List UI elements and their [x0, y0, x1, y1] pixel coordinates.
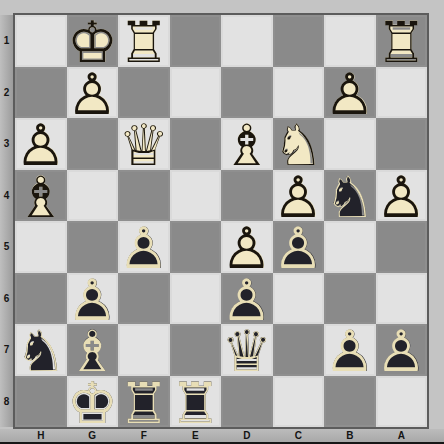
piece-outline-glyph: ♗ — [221, 120, 273, 172]
black-king-g8[interactable]: ♚♔ — [67, 376, 119, 428]
square-f3[interactable]: ♛♕ — [118, 118, 170, 170]
black-pawn-f5[interactable]: ♟♙ — [118, 221, 170, 273]
piece-outline-glyph: ♗ — [15, 172, 67, 224]
square-d6[interactable]: ♟♙ — [221, 273, 273, 325]
file-label-h: H — [15, 429, 67, 442]
square-h3[interactable]: ♟♙ — [15, 118, 67, 170]
square-d3[interactable]: ♝♗ — [221, 118, 273, 170]
piece-outline-glyph: ♙ — [324, 326, 376, 378]
square-g5[interactable] — [67, 221, 119, 273]
black-rook-e8[interactable]: ♜♖ — [170, 376, 222, 428]
square-a1[interactable]: ♜♖ — [376, 15, 428, 67]
white-knight-c3[interactable]: ♞♘ — [273, 118, 325, 170]
square-b2[interactable]: ♟♙ — [324, 67, 376, 119]
square-c5[interactable]: ♟♙ — [273, 221, 325, 273]
square-g8[interactable]: ♚♔ — [67, 376, 119, 428]
rank-label-8: 8 — [0, 376, 13, 428]
square-g6[interactable]: ♟♙ — [67, 273, 119, 325]
square-a2[interactable] — [376, 67, 428, 119]
piece-outline-glyph: ♖ — [376, 17, 428, 69]
square-h6[interactable] — [15, 273, 67, 325]
piece-outline-glyph: ♙ — [324, 69, 376, 121]
white-king-g1[interactable]: ♚♔ — [67, 15, 119, 67]
square-d5[interactable]: ♟♙ — [221, 221, 273, 273]
piece-outline-glyph: ♙ — [118, 223, 170, 275]
white-pawn-g2[interactable]: ♟♙ — [67, 67, 119, 119]
piece-outline-glyph: ♙ — [376, 172, 428, 224]
file-label-d: D — [221, 429, 273, 442]
white-pawn-a4[interactable]: ♟♙ — [376, 170, 428, 222]
file-label-c: C — [273, 429, 325, 442]
square-f2[interactable] — [118, 67, 170, 119]
square-d1[interactable] — [221, 15, 273, 67]
piece-outline-glyph: ♘ — [324, 172, 376, 224]
square-f1[interactable]: ♜♖ — [118, 15, 170, 67]
square-f5[interactable]: ♟♙ — [118, 221, 170, 273]
square-e8[interactable]: ♜♖ — [170, 376, 222, 428]
rank-label-3: 3 — [0, 118, 13, 170]
square-b3[interactable] — [324, 118, 376, 170]
square-a5[interactable] — [376, 221, 428, 273]
square-h1[interactable] — [15, 15, 67, 67]
square-a3[interactable] — [376, 118, 428, 170]
rank-label-1: 1 — [0, 15, 13, 67]
square-e1[interactable] — [170, 15, 222, 67]
square-c1[interactable] — [273, 15, 325, 67]
black-pawn-d6[interactable]: ♟♙ — [221, 273, 273, 325]
piece-outline-glyph: ♕ — [118, 120, 170, 172]
square-g3[interactable] — [67, 118, 119, 170]
square-e6[interactable] — [170, 273, 222, 325]
piece-outline-glyph: ♕ — [221, 326, 273, 378]
square-a4[interactable]: ♟♙ — [376, 170, 428, 222]
square-e3[interactable] — [170, 118, 222, 170]
square-b1[interactable] — [324, 15, 376, 67]
square-h7[interactable]: ♞♘ — [15, 324, 67, 376]
square-c2[interactable] — [273, 67, 325, 119]
square-f6[interactable] — [118, 273, 170, 325]
square-e2[interactable] — [170, 67, 222, 119]
square-h4[interactable]: ♝♗ — [15, 170, 67, 222]
square-g7[interactable]: ♝♗ — [67, 324, 119, 376]
square-h5[interactable] — [15, 221, 67, 273]
square-f7[interactable] — [118, 324, 170, 376]
white-rook-a1[interactable]: ♜♖ — [376, 15, 428, 67]
square-g4[interactable] — [67, 170, 119, 222]
rank-labels: 12345678 — [0, 15, 13, 427]
square-c3[interactable]: ♞♘ — [273, 118, 325, 170]
rank-label-4: 4 — [0, 170, 13, 222]
black-pawn-a7[interactable]: ♟♙ — [376, 324, 428, 376]
black-queen-d7[interactable]: ♛♕ — [221, 324, 273, 376]
square-e4[interactable] — [170, 170, 222, 222]
file-label-e: E — [170, 429, 222, 442]
white-bishop-d3[interactable]: ♝♗ — [221, 118, 273, 170]
square-d4[interactable] — [221, 170, 273, 222]
square-a8[interactable] — [376, 376, 428, 428]
piece-outline-glyph: ♖ — [118, 17, 170, 69]
file-label-f: F — [118, 429, 170, 442]
square-c7[interactable] — [273, 324, 325, 376]
square-g1[interactable]: ♚♔ — [67, 15, 119, 67]
square-a6[interactable] — [376, 273, 428, 325]
square-d7[interactable]: ♛♕ — [221, 324, 273, 376]
file-label-b: B — [324, 429, 376, 442]
square-e5[interactable] — [170, 221, 222, 273]
square-b6[interactable] — [324, 273, 376, 325]
piece-outline-glyph: ♙ — [376, 326, 428, 378]
black-knight-h7[interactable]: ♞♘ — [15, 324, 67, 376]
file-label-g: G — [67, 429, 119, 442]
rank-label-6: 6 — [0, 273, 13, 325]
white-pawn-h3[interactable]: ♟♙ — [15, 118, 67, 170]
square-b8[interactable] — [324, 376, 376, 428]
square-b5[interactable] — [324, 221, 376, 273]
piece-outline-glyph: ♙ — [273, 223, 325, 275]
piece-outline-glyph: ♙ — [67, 69, 119, 121]
white-pawn-c4[interactable]: ♟♙ — [273, 170, 325, 222]
black-rook-f8[interactable]: ♜♖ — [118, 376, 170, 428]
piece-outline-glyph: ♘ — [15, 326, 67, 378]
square-g2[interactable]: ♟♙ — [67, 67, 119, 119]
square-h8[interactable] — [15, 376, 67, 428]
white-rook-f1[interactable]: ♜♖ — [118, 15, 170, 67]
square-f8[interactable]: ♜♖ — [118, 376, 170, 428]
square-c8[interactable] — [273, 376, 325, 428]
white-pawn-b2[interactable]: ♟♙ — [324, 67, 376, 119]
square-d8[interactable] — [221, 376, 273, 428]
square-f4[interactable] — [118, 170, 170, 222]
square-b4[interactable]: ♞♘ — [324, 170, 376, 222]
file-label-a: A — [376, 429, 428, 442]
square-h2[interactable] — [15, 67, 67, 119]
piece-outline-glyph: ♔ — [67, 378, 119, 430]
black-pawn-c5[interactable]: ♟♙ — [273, 221, 325, 273]
black-bishop-g7[interactable]: ♝♗ — [67, 324, 119, 376]
file-labels: HGFEDCBA — [15, 429, 427, 442]
white-pawn-d5[interactable]: ♟♙ — [221, 221, 273, 273]
square-e7[interactable] — [170, 324, 222, 376]
white-queen-f3[interactable]: ♛♕ — [118, 118, 170, 170]
rank-label-5: 5 — [0, 221, 13, 273]
chess-diagram: 12345678 ♚♔♜♖♜♖♟♙♟♙♟♙♛♕♝♗♞♘♝♗♟♙♞♘♟♙♟♙♟♙♟… — [0, 0, 444, 444]
square-d2[interactable] — [221, 67, 273, 119]
rank-label-2: 2 — [0, 67, 13, 119]
rank-label-7: 7 — [0, 324, 13, 376]
black-pawn-b7[interactable]: ♟♙ — [324, 324, 376, 376]
square-c4[interactable]: ♟♙ — [273, 170, 325, 222]
square-a7[interactable]: ♟♙ — [376, 324, 428, 376]
white-bishop-h4[interactable]: ♝♗ — [15, 170, 67, 222]
piece-outline-glyph: ♖ — [170, 378, 222, 430]
black-knight-b4[interactable]: ♞♘ — [324, 170, 376, 222]
square-c6[interactable] — [273, 273, 325, 325]
square-b7[interactable]: ♟♙ — [324, 324, 376, 376]
board: ♚♔♜♖♜♖♟♙♟♙♟♙♛♕♝♗♞♘♝♗♟♙♞♘♟♙♟♙♟♙♟♙♟♙♟♙♞♘♝♗… — [13, 13, 429, 429]
piece-outline-glyph: ♖ — [118, 378, 170, 430]
black-pawn-g6[interactable]: ♟♙ — [67, 273, 119, 325]
